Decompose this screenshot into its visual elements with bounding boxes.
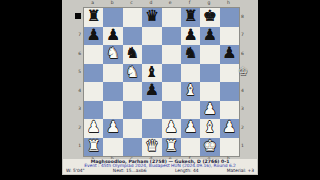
file-label: a [83,0,102,6]
square-e6[interactable] [162,45,181,64]
square-a5[interactable] [84,64,103,83]
square-g3[interactable]: ♟ [200,101,219,120]
chess-board[interactable]: ♜♛♜♚♟♟♟♟♞♞♞♟♞♝♟♝♟♟♟♟♟♝♟♜♛♜♚ [83,7,240,157]
rank-label: 1 [76,137,81,156]
square-g5[interactable] [200,64,219,83]
square-h7[interactable] [220,27,239,46]
square-e2[interactable]: ♟ [162,119,181,138]
info-line: W: 5'04" Next: 15...axb6 Length: 44 Mate… [63,169,257,174]
square-b4[interactable] [103,82,122,101]
file-label: d [141,0,160,6]
black-queen[interactable]: ♛ [142,8,161,27]
video-frame: { "game": "chess", "position": { "fen": … [0,0,320,180]
square-b6[interactable]: ♞ [103,45,122,64]
square-f1[interactable] [181,138,200,157]
file-label: f [180,0,199,6]
square-a2[interactable]: ♟ [84,119,103,138]
square-b7[interactable]: ♟ [103,27,122,46]
square-h6[interactable]: ♟ [220,45,239,64]
square-c6[interactable]: ♞ [123,45,142,64]
square-g4[interactable] [200,82,219,101]
white-pawn[interactable]: ♟ [103,119,122,138]
rank-label: 5 [76,63,81,82]
square-a3[interactable] [84,101,103,120]
black-pawn[interactable]: ♟ [103,27,122,46]
square-b3[interactable] [103,101,122,120]
file-label: h [219,0,238,6]
rank-label: 7 [241,26,246,45]
white-king[interactable]: ♚ [200,138,219,157]
clock-info: W: 5'04" [66,169,85,174]
square-g2[interactable]: ♝ [200,119,219,138]
black-knight[interactable]: ♞ [181,45,200,64]
square-c4[interactable] [123,82,142,101]
white-pawn[interactable]: ♟ [200,101,219,120]
square-h4[interactable] [220,82,239,101]
square-a6[interactable] [84,45,103,64]
square-b8[interactable] [103,8,122,27]
white-knight[interactable]: ♞ [103,45,122,64]
rank-label: 3 [76,100,81,119]
rank-labels-right: 87654321 [241,7,246,155]
black-knight[interactable]: ♞ [123,45,142,64]
material-info: Material: +3 [227,169,254,174]
square-g1[interactable]: ♚ [200,138,219,157]
square-d8[interactable]: ♛ [142,8,161,27]
white-pawn[interactable]: ♟ [84,119,103,138]
file-label: b [102,0,121,6]
square-a7[interactable]: ♟ [84,27,103,46]
file-labels-top: abcdefgh [83,0,238,6]
square-f8[interactable]: ♜ [181,8,200,27]
square-h5[interactable] [220,64,239,83]
rank-label: 2 [241,118,246,137]
white-knight[interactable]: ♞ [123,64,142,83]
black-pawn[interactable]: ♟ [142,82,161,101]
square-d2[interactable] [142,119,161,138]
square-e4[interactable] [162,82,181,101]
white-pawn[interactable]: ♟ [220,119,239,138]
black-king[interactable]: ♚ [200,8,219,27]
rank-labels-left: 87654321 [76,7,81,155]
black-side-marker-icon [75,13,81,19]
square-b5[interactable] [103,64,122,83]
white-pawn[interactable]: ♟ [181,119,200,138]
square-h3[interactable] [220,101,239,120]
square-h2[interactable]: ♟ [220,119,239,138]
square-f3[interactable] [181,101,200,120]
white-bishop[interactable]: ♝ [181,82,200,101]
square-a4[interactable] [84,82,103,101]
rank-label: 7 [76,26,81,45]
square-d6[interactable] [142,45,161,64]
black-pawn[interactable]: ♟ [200,27,219,46]
square-d4[interactable]: ♟ [142,82,161,101]
black-bishop[interactable]: ♝ [142,64,161,83]
rank-label: 2 [76,118,81,137]
black-rook[interactable]: ♜ [84,8,103,27]
square-f7[interactable]: ♟ [181,27,200,46]
square-a8[interactable]: ♜ [84,8,103,27]
rank-label: 8 [241,7,246,26]
square-h8[interactable] [220,8,239,27]
square-e7[interactable] [162,27,181,46]
square-d5[interactable]: ♝ [142,64,161,83]
rank-label: 1 [241,137,246,156]
square-d3[interactable] [142,101,161,120]
black-pawn[interactable]: ♟ [181,27,200,46]
next-move-info: Next: 15...axb6 [113,169,147,174]
white-bishop[interactable]: ♝ [200,119,219,138]
square-e8[interactable] [162,8,181,27]
square-e5[interactable] [162,64,181,83]
white-rook[interactable]: ♜ [162,138,181,157]
rank-label: 6 [76,44,81,63]
rank-label: 4 [76,81,81,100]
square-c5[interactable]: ♞ [123,64,142,83]
square-b1[interactable] [103,138,122,157]
file-label: e [161,0,180,6]
square-f4[interactable]: ♝ [181,82,200,101]
square-g6[interactable] [200,45,219,64]
square-b2[interactable]: ♟ [103,119,122,138]
square-c2[interactable] [123,119,142,138]
black-rook[interactable]: ♜ [181,8,200,27]
rank-label: 4 [241,81,246,100]
square-c8[interactable] [123,8,142,27]
square-c7[interactable] [123,27,142,46]
white-queen[interactable]: ♛ [142,138,161,157]
black-pawn[interactable]: ♟ [84,27,103,46]
square-f6[interactable]: ♞ [181,45,200,64]
white-pawn[interactable]: ♟ [162,119,181,138]
square-f5[interactable] [181,64,200,83]
black-pawn[interactable]: ♟ [220,45,239,64]
rank-label: 6 [241,44,246,63]
game-caption: Maghsoodloo, Parham (2758) — Gukesh, D (… [63,159,257,174]
square-h1[interactable] [220,138,239,157]
file-label: g [199,0,218,6]
square-c1[interactable] [123,138,142,157]
white-king-marker-icon: ♔ [238,66,248,78]
square-f2[interactable]: ♟ [181,119,200,138]
length-info: Length: 44 [175,169,199,174]
square-d7[interactable] [142,27,161,46]
rank-label: 3 [241,100,246,119]
file-label: c [122,0,141,6]
square-g8[interactable]: ♚ [200,8,219,27]
square-e1[interactable]: ♜ [162,138,181,157]
white-rook[interactable]: ♜ [84,138,103,157]
square-a1[interactable]: ♜ [84,138,103,157]
square-d1[interactable]: ♛ [142,138,161,157]
square-g7[interactable]: ♟ [200,27,219,46]
square-e3[interactable] [162,101,181,120]
square-c3[interactable] [123,101,142,120]
